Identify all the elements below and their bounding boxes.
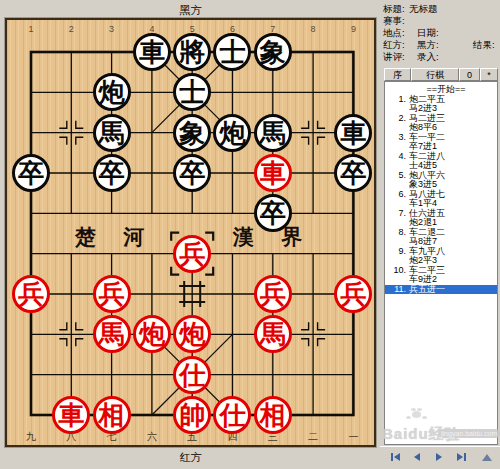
move-number: 3. bbox=[385, 133, 409, 143]
move-row-6.[interactable]: 6.马八进七 bbox=[385, 190, 497, 200]
game-info-panel: 标题: 无标题 赛事: 地点: 日期: 红方: 黑方: 结果: 讲评: 录入: … bbox=[380, 0, 500, 469]
red-side-label: 红方 bbox=[5, 450, 376, 465]
title-value: 无标题 bbox=[409, 3, 438, 16]
piece-black-卒[interactable]: 卒 bbox=[334, 154, 372, 192]
move-row-4.[interactable]: 4.车二进八 bbox=[385, 152, 497, 162]
piece-red-馬[interactable]: 馬 bbox=[254, 315, 292, 353]
piece-black-象[interactable]: 象 bbox=[173, 114, 211, 152]
piece-red-帥[interactable]: 帥 bbox=[173, 396, 211, 434]
header-move[interactable]: 行棋 bbox=[411, 68, 459, 81]
piece-red-仕[interactable]: 仕 bbox=[213, 396, 251, 434]
piece-red-車[interactable]: 車 bbox=[52, 396, 90, 434]
piece-red-仕[interactable]: 仕 bbox=[173, 356, 211, 394]
piece-black-炮[interactable]: 炮 bbox=[93, 73, 131, 111]
piece-red-馬[interactable]: 馬 bbox=[93, 315, 131, 353]
piece-red-兵[interactable]: 兵 bbox=[334, 275, 372, 313]
piece-black-馬[interactable]: 馬 bbox=[254, 114, 292, 152]
paw-icon bbox=[412, 411, 421, 418]
piece-black-將[interactable]: 將 bbox=[173, 33, 211, 71]
piece-black-士[interactable]: 士 bbox=[213, 33, 251, 71]
xiangqi-app-window: { "game": "xiangqi (Chinese chess)", "wi… bbox=[0, 0, 500, 469]
move-number bbox=[385, 85, 395, 95]
xiangqi-board[interactable]: 123456789 九八七六五四三二一 楚 河 漢 界 車將士象炮士馬象炮馬車卒… bbox=[5, 18, 376, 447]
move-number: 4. bbox=[385, 152, 409, 162]
move-number: 8. bbox=[385, 228, 409, 238]
move-number: 2. bbox=[385, 114, 409, 124]
move-text: 兵五进一 bbox=[409, 285, 497, 295]
move-row-3.[interactable]: 3.车一平二 bbox=[385, 133, 497, 143]
move-row-5.[interactable]: 5.炮八平六 bbox=[385, 171, 497, 181]
black-side-label: 黑方 bbox=[5, 3, 376, 18]
move-row-1.[interactable]: 1.炮二平五 bbox=[385, 95, 497, 105]
move-number: 9. bbox=[385, 247, 409, 257]
piece-red-車[interactable]: 車 bbox=[254, 154, 292, 192]
piece-black-炮[interactable]: 炮 bbox=[213, 114, 251, 152]
piece-black-象[interactable]: 象 bbox=[254, 33, 292, 71]
move-number: 6. bbox=[385, 190, 409, 200]
move-row-10.[interactable]: 10.车二平三 bbox=[385, 266, 497, 276]
next-move-button[interactable] bbox=[430, 450, 448, 464]
piece-red-兵[interactable]: 兵 bbox=[254, 275, 292, 313]
move-number: 10. bbox=[385, 266, 409, 276]
piece-red-相[interactable]: 相 bbox=[93, 396, 131, 434]
piece-red-兵[interactable]: 兵 bbox=[173, 235, 211, 273]
move-number: 1. bbox=[385, 95, 409, 105]
comment-label: 讲评: bbox=[383, 51, 405, 64]
piece-black-車[interactable]: 車 bbox=[133, 33, 171, 71]
piece-red-炮[interactable]: 炮 bbox=[133, 315, 171, 353]
result-label: 结果: bbox=[473, 39, 495, 52]
piece-black-卒[interactable]: 卒 bbox=[254, 194, 292, 232]
recorder-label: 录入: bbox=[417, 51, 439, 64]
piece-black-馬[interactable]: 馬 bbox=[93, 114, 131, 152]
move-list[interactable]: ==开始==1.炮二平五马2进32.马二进三炮8平63.车一平二卒7进14.车二… bbox=[384, 81, 498, 445]
move-row-11.[interactable]: 11.兵五进一 bbox=[385, 285, 497, 295]
last-move-button[interactable] bbox=[452, 450, 470, 464]
move-number: 5. bbox=[385, 171, 409, 181]
move-navigation-toolbar bbox=[380, 446, 500, 467]
previous-move-button[interactable] bbox=[408, 450, 426, 464]
move-row-7.[interactable]: 7.仕六进五 bbox=[385, 209, 497, 219]
move-row-8.[interactable]: 8.车二退二 bbox=[385, 228, 497, 238]
header-col4[interactable]: * bbox=[480, 68, 498, 81]
piece-red-兵[interactable]: 兵 bbox=[12, 275, 50, 313]
piece-red-相[interactable]: 相 bbox=[254, 396, 292, 434]
move-row-9.[interactable]: 9.车九平八 bbox=[385, 247, 497, 257]
piece-red-兵[interactable]: 兵 bbox=[93, 275, 131, 313]
piece-black-士[interactable]: 士 bbox=[173, 73, 211, 111]
piece-black-卒[interactable]: 卒 bbox=[173, 154, 211, 192]
piece-black-卒[interactable]: 卒 bbox=[93, 154, 131, 192]
header-col3[interactable]: 0 bbox=[459, 68, 480, 81]
move-list-table: 序 行棋 0 * ==开始==1.炮二平五马2进32.马二进三炮8平63.车一平… bbox=[384, 68, 498, 445]
move-number: 11. bbox=[385, 285, 409, 295]
piece-black-卒[interactable]: 卒 bbox=[12, 154, 50, 192]
first-move-button[interactable] bbox=[386, 450, 404, 464]
piece-black-車[interactable]: 車 bbox=[334, 114, 372, 152]
move-row-2.[interactable]: 2.马二进三 bbox=[385, 114, 497, 124]
piece-red-炮[interactable]: 炮 bbox=[173, 315, 211, 353]
up-button[interactable] bbox=[478, 450, 496, 464]
watermark-url: jingyan.baidu.com bbox=[438, 429, 500, 438]
move-number: 7. bbox=[385, 209, 409, 219]
header-seq[interactable]: 序 bbox=[384, 68, 411, 81]
move-list-header: 序 行棋 0 * bbox=[384, 68, 498, 81]
piece-grid: 車將士象炮士馬象炮馬車卒卒卒卒卒車兵兵兵兵兵馬炮炮馬仕車相帥仕相 bbox=[11, 32, 374, 435]
